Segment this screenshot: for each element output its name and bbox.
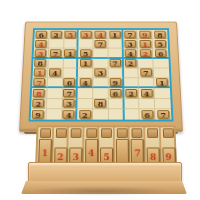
number-tile-7[interactable]: 7 <box>157 110 169 118</box>
cell-r3c7[interactable]: 4 <box>123 49 138 59</box>
cell-r5c2[interactable]: 4 <box>48 68 63 78</box>
cell-r7c1[interactable]: 8 <box>32 88 48 98</box>
number-tile-7[interactable]: 7 <box>95 40 106 48</box>
number-tile-4[interactable]: 4 <box>125 49 137 57</box>
cell-r2c3[interactable] <box>64 39 79 49</box>
drawer-back-tile[interactable] <box>55 128 66 138</box>
cell-r1c8[interactable]: 9 <box>138 30 153 39</box>
cell-r2c2[interactable] <box>49 39 64 49</box>
number-tile-1[interactable]: 1 <box>64 49 76 57</box>
cell-r1c2[interactable]: 2 <box>49 30 64 39</box>
cell-r5c6[interactable] <box>109 68 124 78</box>
number-tile-4[interactable]: 4 <box>35 40 47 48</box>
cell-r7c5[interactable] <box>93 88 108 98</box>
sudoku-board: 6253417984731537154268172143776491876242… <box>29 28 174 121</box>
cell-r5c4[interactable] <box>78 68 93 78</box>
number-tile-2[interactable]: 2 <box>140 49 152 57</box>
cell-r8c6[interactable] <box>109 99 125 109</box>
cell-r8c4[interactable] <box>78 99 94 109</box>
cell-r4c8[interactable] <box>139 59 154 69</box>
cell-r4c4[interactable]: 1 <box>78 59 93 69</box>
number-tile-8[interactable]: 8 <box>154 30 166 38</box>
number-tile-2[interactable]: 2 <box>33 99 45 107</box>
number-tile-6[interactable]: 6 <box>155 49 167 57</box>
cell-r9c7[interactable] <box>124 109 140 120</box>
number-tile-7[interactable]: 7 <box>63 89 75 97</box>
cell-r4c7[interactable]: 2 <box>123 59 138 69</box>
number-tile-1[interactable]: 1 <box>34 69 46 77</box>
number-tile-7[interactable]: 7 <box>109 59 121 67</box>
cell-r6c7[interactable] <box>124 78 139 88</box>
cell-r9c3[interactable]: 4 <box>62 109 78 120</box>
board-frame: 6253417984731537154268172143776491876242… <box>19 22 183 132</box>
cell-r3c3[interactable]: 1 <box>63 49 78 59</box>
number-tile-7[interactable]: 7 <box>33 78 45 86</box>
drawer-back-tile[interactable] <box>132 128 143 138</box>
number-tile-2[interactable]: 2 <box>125 89 137 97</box>
cell-r2c1[interactable]: 4 <box>34 39 49 49</box>
cell-r2c4[interactable] <box>79 39 94 49</box>
cell-r4c3[interactable] <box>63 59 78 69</box>
cell-r6c8[interactable] <box>139 78 155 88</box>
drawer-back-tile[interactable] <box>71 128 82 138</box>
cell-r8c2[interactable] <box>47 99 63 109</box>
cell-r6c6[interactable]: 9 <box>109 78 124 88</box>
number-tile-9[interactable]: 9 <box>32 110 44 118</box>
cell-r1c9[interactable]: 8 <box>152 30 167 39</box>
number-tile-2[interactable]: 2 <box>125 59 137 67</box>
cell-r4c5[interactable] <box>93 59 108 69</box>
number-tile-5[interactable]: 5 <box>155 40 167 48</box>
cell-r1c5[interactable]: 4 <box>94 30 109 39</box>
cell-r1c3[interactable]: 5 <box>64 30 79 39</box>
cell-r3c1[interactable]: 3 <box>33 49 48 59</box>
drawer-back-tile[interactable] <box>86 128 97 138</box>
cell-r1c7[interactable]: 7 <box>123 30 138 39</box>
cell-r3c2[interactable]: 7 <box>48 49 63 59</box>
product-photo-sudoku-set: 6253417984731537154268172143776491876242… <box>0 0 200 200</box>
cell-r5c7[interactable] <box>124 68 139 78</box>
number-tile-9[interactable]: 9 <box>139 30 150 38</box>
cell-r8c1[interactable]: 2 <box>31 99 47 109</box>
number-tile-8[interactable]: 8 <box>34 59 46 67</box>
cell-r5c3[interactable] <box>63 68 78 78</box>
cell-r2c9[interactable]: 5 <box>153 39 168 49</box>
cell-r9c4[interactable]: 2 <box>78 109 94 120</box>
number-tile-7[interactable]: 7 <box>124 30 135 38</box>
number-tile-4[interactable]: 4 <box>63 110 75 118</box>
cell-r9c9[interactable]: 7 <box>155 109 171 120</box>
cell-r7c7[interactable]: 2 <box>124 88 140 98</box>
floor-shadow <box>28 186 174 196</box>
cell-r8c5[interactable]: 8 <box>93 99 109 109</box>
cell-r9c1[interactable]: 9 <box>31 109 47 120</box>
number-tile-4[interactable]: 4 <box>79 78 91 86</box>
cell-r3c4[interactable]: 5 <box>78 49 93 59</box>
cell-r6c2[interactable] <box>47 78 63 88</box>
number-tile-2[interactable]: 2 <box>51 30 62 38</box>
drawer-back-tile[interactable] <box>40 128 51 138</box>
board-assembly: 6253417984731537154268172143776491876242… <box>19 22 183 132</box>
tile-drawer[interactable]: 12345789 <box>28 122 180 192</box>
cell-r6c3[interactable]: 6 <box>63 78 78 88</box>
number-tile-3[interactable]: 3 <box>95 69 107 77</box>
cell-r4c9[interactable] <box>154 59 169 69</box>
number-tile-5[interactable]: 5 <box>80 49 91 57</box>
number-tile-7[interactable]: 7 <box>50 49 62 57</box>
cell-r6c9[interactable]: 1 <box>154 78 170 88</box>
cell-r7c9[interactable] <box>155 88 171 98</box>
cell-r6c1[interactable]: 7 <box>32 78 48 88</box>
drawer-back-tile[interactable] <box>147 128 158 138</box>
cell-r5c8[interactable]: 7 <box>139 68 154 78</box>
number-tile-8[interactable]: 8 <box>33 89 45 97</box>
number-tile-4[interactable]: 4 <box>95 30 106 38</box>
cell-r9c5[interactable] <box>93 109 109 120</box>
cell-r2c8[interactable]: 1 <box>138 39 153 49</box>
cell-r7c3[interactable]: 7 <box>62 88 78 98</box>
number-tile-3[interactable]: 3 <box>35 49 47 57</box>
cell-r3c6[interactable] <box>108 49 123 59</box>
cell-r1c6[interactable]: 1 <box>108 30 123 39</box>
cell-r8c7[interactable] <box>124 99 140 109</box>
cell-r5c1[interactable]: 1 <box>33 68 49 78</box>
cell-r7c8[interactable]: 4 <box>139 88 155 98</box>
cell-r8c8[interactable] <box>140 99 156 109</box>
cell-r9c8[interactable]: 6 <box>140 109 156 120</box>
cell-r7c4[interactable] <box>78 88 93 98</box>
number-tile-3[interactable]: 3 <box>125 40 136 48</box>
number-tile-1[interactable]: 1 <box>80 59 92 67</box>
cell-r7c2[interactable] <box>47 88 63 98</box>
number-tile-6[interactable]: 6 <box>36 30 48 38</box>
number-tile-6[interactable]: 6 <box>64 78 76 86</box>
number-tile-6[interactable]: 6 <box>141 110 153 118</box>
cell-r1c4[interactable]: 3 <box>79 30 94 39</box>
cell-r7c6[interactable]: 6 <box>109 88 124 98</box>
drawer-back-tile[interactable] <box>101 128 112 138</box>
cell-r4c6[interactable]: 7 <box>108 59 123 69</box>
number-tile-8[interactable]: 8 <box>95 99 107 107</box>
number-tile-3[interactable]: 3 <box>63 99 75 107</box>
number-tile-1[interactable]: 1 <box>109 30 120 38</box>
cell-r9c6[interactable] <box>109 109 125 120</box>
number-tile-3[interactable]: 3 <box>80 30 91 38</box>
cell-r4c2[interactable] <box>48 59 63 69</box>
drawer-back-tile[interactable] <box>117 128 128 138</box>
cell-r2c6[interactable] <box>108 39 123 49</box>
cell-r1c1[interactable]: 6 <box>34 30 49 39</box>
cell-r8c3[interactable]: 3 <box>62 99 78 109</box>
drawer-back-tile[interactable] <box>162 128 173 138</box>
number-tile-9[interactable]: 9 <box>109 78 121 86</box>
number-tile-2[interactable]: 2 <box>79 110 91 118</box>
cell-r3c5[interactable] <box>93 49 108 59</box>
number-tile-5[interactable]: 5 <box>65 30 76 38</box>
number-tile-7[interactable]: 7 <box>140 69 152 77</box>
cell-r2c7[interactable]: 3 <box>123 39 138 49</box>
cell-r9c2[interactable] <box>46 109 62 120</box>
cell-r3c8[interactable]: 2 <box>138 49 153 59</box>
cell-r6c4[interactable]: 4 <box>78 78 93 88</box>
number-tile-1[interactable]: 1 <box>139 40 151 48</box>
number-tile-4[interactable]: 4 <box>49 69 61 77</box>
cell-r2c5[interactable]: 7 <box>94 39 109 49</box>
cell-r5c9[interactable] <box>154 68 170 78</box>
number-tile-4[interactable]: 4 <box>141 89 153 97</box>
cell-r6c5[interactable] <box>93 78 108 88</box>
cell-r4c1[interactable]: 8 <box>33 59 48 69</box>
cell-r5c5[interactable]: 3 <box>93 68 108 78</box>
number-tile-1[interactable]: 1 <box>156 78 168 86</box>
number-tile-6[interactable]: 6 <box>110 89 122 97</box>
cell-r8c9[interactable] <box>155 99 171 109</box>
cell-r3c9[interactable]: 6 <box>153 49 168 59</box>
